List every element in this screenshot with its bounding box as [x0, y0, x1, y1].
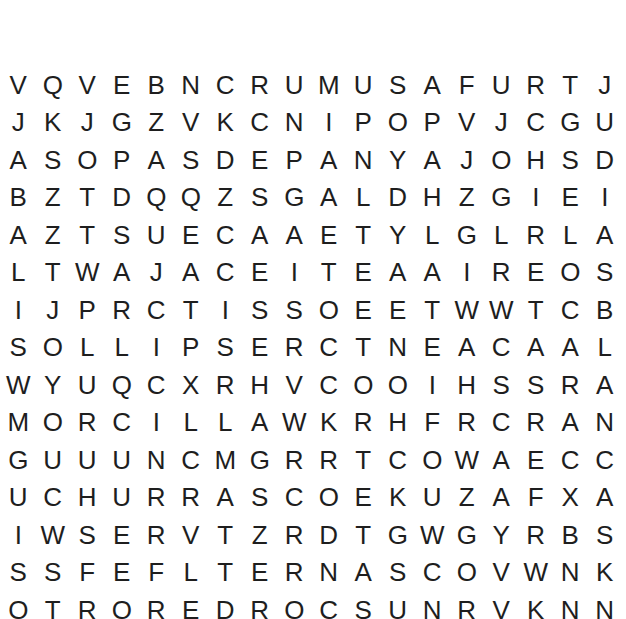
cell-r15c10[interactable]: C [312, 591, 347, 619]
cell-r10c18[interactable]: N [588, 404, 623, 442]
cell-r13c13[interactable]: W [415, 516, 450, 554]
cell-r5c14[interactable]: G [450, 216, 485, 254]
cell-r3c16[interactable]: H [519, 141, 554, 179]
cell-r8c6[interactable]: P [174, 329, 209, 367]
cell-r14c13[interactable]: C [415, 554, 450, 592]
cell-r1c3[interactable]: V [70, 66, 105, 104]
cell-r2c4[interactable]: G [105, 104, 140, 142]
cell-r2c3[interactable]: J [70, 104, 105, 142]
cell-r7c3[interactable]: P [70, 291, 105, 329]
cell-r2c10[interactable]: I [312, 104, 347, 142]
cell-r11c6[interactable]: C [174, 441, 209, 479]
cell-r15c17[interactable]: N [553, 591, 588, 619]
cell-r4c4[interactable]: D [105, 179, 140, 217]
cell-r12c11[interactable]: E [346, 479, 381, 517]
cell-r11c14[interactable]: W [450, 441, 485, 479]
cell-r9c4[interactable]: Q [105, 366, 140, 404]
cell-r2c11[interactable]: P [346, 104, 381, 142]
cell-r15c8[interactable]: R [243, 591, 278, 619]
cell-r9c7[interactable]: R [208, 366, 243, 404]
cell-r7c18[interactable]: B [588, 291, 623, 329]
cell-r4c1[interactable]: B [1, 179, 36, 217]
cell-r14c1[interactable]: S [1, 554, 36, 592]
cell-r4c8[interactable]: S [243, 179, 278, 217]
cell-r10c13[interactable]: F [415, 404, 450, 442]
cell-r12c6[interactable]: R [174, 479, 209, 517]
cell-r6c11[interactable]: E [346, 254, 381, 292]
cell-r11c15[interactable]: A [484, 441, 519, 479]
cell-r1c1[interactable]: V [1, 66, 36, 104]
cell-r12c8[interactable]: S [243, 479, 278, 517]
cell-r11c17[interactable]: C [553, 441, 588, 479]
cell-r14c18[interactable]: K [588, 554, 623, 592]
cell-r4c5[interactable]: Q [139, 179, 174, 217]
cell-r8c16[interactable]: A [519, 329, 554, 367]
cell-r10c9[interactable]: W [277, 404, 312, 442]
cell-r11c3[interactable]: U [70, 441, 105, 479]
cell-r12c17[interactable]: X [553, 479, 588, 517]
cell-r7c16[interactable]: T [519, 291, 554, 329]
cell-r6c6[interactable]: A [174, 254, 209, 292]
cell-r9c16[interactable]: S [519, 366, 554, 404]
cell-r15c6[interactable]: E [174, 591, 209, 619]
cell-r12c16[interactable]: F [519, 479, 554, 517]
cell-r4c6[interactable]: Q [174, 179, 209, 217]
cell-r5c15[interactable]: L [484, 216, 519, 254]
cell-r8c2[interactable]: O [36, 329, 71, 367]
cell-r5c8[interactable]: A [243, 216, 278, 254]
cell-r15c14[interactable]: R [450, 591, 485, 619]
cell-r8c13[interactable]: E [415, 329, 450, 367]
cell-r2c17[interactable]: G [553, 104, 588, 142]
cell-r4c10[interactable]: A [312, 179, 347, 217]
cell-r12c14[interactable]: Z [450, 479, 485, 517]
cell-r13c11[interactable]: T [346, 516, 381, 554]
cell-r11c16[interactable]: E [519, 441, 554, 479]
cell-r12c10[interactable]: O [312, 479, 347, 517]
cell-r14c8[interactable]: E [243, 554, 278, 592]
cell-r2c1[interactable]: J [1, 104, 36, 142]
cell-r3c10[interactable]: A [312, 141, 347, 179]
cell-r7c15[interactable]: W [484, 291, 519, 329]
cell-r12c9[interactable]: C [277, 479, 312, 517]
cell-r8c17[interactable]: A [553, 329, 588, 367]
cell-r2c18[interactable]: U [588, 104, 623, 142]
cell-r6c8[interactable]: E [243, 254, 278, 292]
cell-r13c4[interactable]: E [105, 516, 140, 554]
cell-r1c12[interactable]: S [381, 66, 416, 104]
cell-r6c7[interactable]: C [208, 254, 243, 292]
cell-r13c2[interactable]: W [36, 516, 71, 554]
cell-r14c12[interactable]: S [381, 554, 416, 592]
cell-r14c9[interactable]: R [277, 554, 312, 592]
cell-r3c4[interactable]: P [105, 141, 140, 179]
cell-r9c14[interactable]: H [450, 366, 485, 404]
cell-r9c6[interactable]: X [174, 366, 209, 404]
cell-r5c17[interactable]: L [553, 216, 588, 254]
cell-r8c4[interactable]: L [105, 329, 140, 367]
cell-r14c2[interactable]: S [36, 554, 71, 592]
cell-r15c11[interactable]: S [346, 591, 381, 619]
cell-r7c8[interactable]: S [243, 291, 278, 329]
cell-r3c6[interactable]: S [174, 141, 209, 179]
cell-r4c18[interactable]: I [588, 179, 623, 217]
cell-r6c4[interactable]: A [105, 254, 140, 292]
cell-r15c3[interactable]: R [70, 591, 105, 619]
cell-r15c15[interactable]: V [484, 591, 519, 619]
cell-r8c3[interactable]: L [70, 329, 105, 367]
cell-r13c8[interactable]: Z [243, 516, 278, 554]
cell-r4c17[interactable]: E [553, 179, 588, 217]
cell-r2c2[interactable]: K [36, 104, 71, 142]
cell-r6c1[interactable]: L [1, 254, 36, 292]
cell-r2c7[interactable]: K [208, 104, 243, 142]
cell-r2c8[interactable]: C [243, 104, 278, 142]
cell-r14c3[interactable]: F [70, 554, 105, 592]
cell-r1c15[interactable]: U [484, 66, 519, 104]
cell-r1c14[interactable]: F [450, 66, 485, 104]
cell-r9c2[interactable]: Y [36, 366, 71, 404]
cell-r14c16[interactable]: W [519, 554, 554, 592]
cell-r10c1[interactable]: M [1, 404, 36, 442]
cell-r12c7[interactable]: A [208, 479, 243, 517]
cell-r9c18[interactable]: A [588, 366, 623, 404]
cell-r11c2[interactable]: U [36, 441, 71, 479]
cell-r15c9[interactable]: O [277, 591, 312, 619]
cell-r15c4[interactable]: O [105, 591, 140, 619]
cell-r11c12[interactable]: C [381, 441, 416, 479]
cell-r1c13[interactable]: A [415, 66, 450, 104]
word-search-grid: VQVEBNCRUMUSAFURTJJKJGZVKCNIPOPVJCGUASOP… [1, 66, 622, 619]
cell-r4c9[interactable]: G [277, 179, 312, 217]
cell-r13c12[interactable]: G [381, 516, 416, 554]
cell-r8c12[interactable]: N [381, 329, 416, 367]
cell-r8c8[interactable]: E [243, 329, 278, 367]
cell-r7c11[interactable]: E [346, 291, 381, 329]
cell-r4c15[interactable]: G [484, 179, 519, 217]
cell-r10c12[interactable]: H [381, 404, 416, 442]
cell-r4c13[interactable]: H [415, 179, 450, 217]
cell-r6c15[interactable]: R [484, 254, 519, 292]
cell-r12c12[interactable]: K [381, 479, 416, 517]
cell-r9c11[interactable]: O [346, 366, 381, 404]
cell-r4c7[interactable]: Z [208, 179, 243, 217]
cell-r3c15[interactable]: O [484, 141, 519, 179]
cell-r4c14[interactable]: Z [450, 179, 485, 217]
cell-r13c14[interactable]: G [450, 516, 485, 554]
cell-r15c12[interactable]: U [381, 591, 416, 619]
cell-r8c10[interactable]: C [312, 329, 347, 367]
cell-r11c13[interactable]: O [415, 441, 450, 479]
cell-r7c14[interactable]: W [450, 291, 485, 329]
cell-r9c13[interactable]: I [415, 366, 450, 404]
cell-r5c7[interactable]: C [208, 216, 243, 254]
cell-r11c10[interactable]: R [312, 441, 347, 479]
cell-r10c4[interactable]: C [105, 404, 140, 442]
cell-r6c12[interactable]: A [381, 254, 416, 292]
cell-r10c8[interactable]: A [243, 404, 278, 442]
cell-r7c6[interactable]: T [174, 291, 209, 329]
cell-r1c2[interactable]: Q [36, 66, 71, 104]
cell-r10c15[interactable]: C [484, 404, 519, 442]
cell-r10c5[interactable]: I [139, 404, 174, 442]
cell-r1c10[interactable]: M [312, 66, 347, 104]
cell-r6c14[interactable]: I [450, 254, 485, 292]
cell-r11c11[interactable]: T [346, 441, 381, 479]
cell-r11c7[interactable]: M [208, 441, 243, 479]
cell-r10c6[interactable]: L [174, 404, 209, 442]
cell-r1c7[interactable]: C [208, 66, 243, 104]
cell-r6c3[interactable]: W [70, 254, 105, 292]
cell-r3c5[interactable]: A [139, 141, 174, 179]
cell-r4c11[interactable]: L [346, 179, 381, 217]
cell-r3c8[interactable]: E [243, 141, 278, 179]
cell-r1c18[interactable]: J [588, 66, 623, 104]
cell-r5c12[interactable]: Y [381, 216, 416, 254]
cell-r12c5[interactable]: R [139, 479, 174, 517]
cell-r7c7[interactable]: I [208, 291, 243, 329]
cell-r13c10[interactable]: D [312, 516, 347, 554]
cell-r5c10[interactable]: E [312, 216, 347, 254]
cell-r14c5[interactable]: F [139, 554, 174, 592]
cell-r5c13[interactable]: L [415, 216, 450, 254]
cell-r9c1[interactable]: W [1, 366, 36, 404]
cell-r1c11[interactable]: U [346, 66, 381, 104]
cell-r12c4[interactable]: U [105, 479, 140, 517]
cell-r13c6[interactable]: V [174, 516, 209, 554]
cell-r8c15[interactable]: C [484, 329, 519, 367]
cell-r13c5[interactable]: R [139, 516, 174, 554]
cell-r12c2[interactable]: C [36, 479, 71, 517]
cell-r9c15[interactable]: S [484, 366, 519, 404]
cell-r15c18[interactable]: N [588, 591, 623, 619]
cell-r14c10[interactable]: N [312, 554, 347, 592]
cell-r10c2[interactable]: O [36, 404, 71, 442]
cell-r7c9[interactable]: S [277, 291, 312, 329]
cell-r12c13[interactable]: U [415, 479, 450, 517]
cell-r15c1[interactable]: O [1, 591, 36, 619]
cell-r3c11[interactable]: N [346, 141, 381, 179]
cell-r14c17[interactable]: N [553, 554, 588, 592]
cell-r13c9[interactable]: R [277, 516, 312, 554]
cell-r1c16[interactable]: R [519, 66, 554, 104]
cell-r12c15[interactable]: A [484, 479, 519, 517]
cell-r3c17[interactable]: S [553, 141, 588, 179]
cell-r5c16[interactable]: R [519, 216, 554, 254]
cell-r5c2[interactable]: Z [36, 216, 71, 254]
cell-r7c12[interactable]: E [381, 291, 416, 329]
cell-r15c13[interactable]: N [415, 591, 450, 619]
cell-r7c4[interactable]: R [105, 291, 140, 329]
cell-r13c1[interactable]: I [1, 516, 36, 554]
cell-r7c10[interactable]: O [312, 291, 347, 329]
cell-r15c16[interactable]: K [519, 591, 554, 619]
cell-r7c13[interactable]: T [415, 291, 450, 329]
cell-r2c14[interactable]: V [450, 104, 485, 142]
cell-r1c17[interactable]: T [553, 66, 588, 104]
cell-r3c1[interactable]: A [1, 141, 36, 179]
cell-r4c16[interactable]: I [519, 179, 554, 217]
cell-r8c7[interactable]: S [208, 329, 243, 367]
cell-r13c16[interactable]: R [519, 516, 554, 554]
cell-r5c1[interactable]: A [1, 216, 36, 254]
cell-r15c5[interactable]: R [139, 591, 174, 619]
cell-r3c13[interactable]: A [415, 141, 450, 179]
cell-r4c2[interactable]: Z [36, 179, 71, 217]
cell-r9c8[interactable]: H [243, 366, 278, 404]
cell-r5c6[interactable]: E [174, 216, 209, 254]
cell-r14c4[interactable]: E [105, 554, 140, 592]
cell-r9c17[interactable]: R [553, 366, 588, 404]
cell-r10c3[interactable]: R [70, 404, 105, 442]
cell-r3c14[interactable]: J [450, 141, 485, 179]
cell-r11c18[interactable]: C [588, 441, 623, 479]
cell-r2c16[interactable]: C [519, 104, 554, 142]
cell-r13c7[interactable]: T [208, 516, 243, 554]
cell-r14c14[interactable]: O [450, 554, 485, 592]
cell-r6c17[interactable]: O [553, 254, 588, 292]
cell-r7c1[interactable]: I [1, 291, 36, 329]
cell-r8c5[interactable]: I [139, 329, 174, 367]
cell-r1c6[interactable]: N [174, 66, 209, 104]
cell-r9c9[interactable]: V [277, 366, 312, 404]
cell-r14c6[interactable]: L [174, 554, 209, 592]
cell-r1c9[interactable]: U [277, 66, 312, 104]
cell-r2c6[interactable]: V [174, 104, 209, 142]
cell-r12c18[interactable]: A [588, 479, 623, 517]
cell-r6c10[interactable]: T [312, 254, 347, 292]
cell-r5c9[interactable]: A [277, 216, 312, 254]
cell-r8c18[interactable]: L [588, 329, 623, 367]
cell-r8c11[interactable]: T [346, 329, 381, 367]
cell-r2c13[interactable]: P [415, 104, 450, 142]
cell-r9c10[interactable]: C [312, 366, 347, 404]
cell-r6c2[interactable]: T [36, 254, 71, 292]
cell-r5c18[interactable]: A [588, 216, 623, 254]
cell-r7c5[interactable]: C [139, 291, 174, 329]
cell-r3c2[interactable]: S [36, 141, 71, 179]
cell-r2c12[interactable]: O [381, 104, 416, 142]
cell-r10c16[interactable]: R [519, 404, 554, 442]
cell-r5c11[interactable]: T [346, 216, 381, 254]
cell-r12c3[interactable]: H [70, 479, 105, 517]
cell-r13c15[interactable]: Y [484, 516, 519, 554]
cell-r6c9[interactable]: I [277, 254, 312, 292]
cell-r11c8[interactable]: G [243, 441, 278, 479]
cell-r11c4[interactable]: U [105, 441, 140, 479]
cell-r15c2[interactable]: T [36, 591, 71, 619]
cell-r6c18[interactable]: S [588, 254, 623, 292]
cell-r10c11[interactable]: R [346, 404, 381, 442]
cell-r13c3[interactable]: S [70, 516, 105, 554]
cell-r8c14[interactable]: A [450, 329, 485, 367]
cell-r3c18[interactable]: D [588, 141, 623, 179]
cell-r10c7[interactable]: L [208, 404, 243, 442]
cell-r14c7[interactable]: T [208, 554, 243, 592]
cell-r14c15[interactable]: V [484, 554, 519, 592]
cell-r3c9[interactable]: P [277, 141, 312, 179]
cell-r2c15[interactable]: J [484, 104, 519, 142]
cell-r10c14[interactable]: R [450, 404, 485, 442]
cell-r6c13[interactable]: A [415, 254, 450, 292]
cell-r10c17[interactable]: A [553, 404, 588, 442]
cell-r11c9[interactable]: R [277, 441, 312, 479]
cell-r5c3[interactable]: T [70, 216, 105, 254]
cell-r14c11[interactable]: A [346, 554, 381, 592]
cell-r3c12[interactable]: Y [381, 141, 416, 179]
cell-r5c5[interactable]: U [139, 216, 174, 254]
cell-r2c5[interactable]: Z [139, 104, 174, 142]
cell-r7c2[interactable]: J [36, 291, 71, 329]
cell-r1c5[interactable]: B [139, 66, 174, 104]
cell-r5c4[interactable]: S [105, 216, 140, 254]
cell-r6c5[interactable]: J [139, 254, 174, 292]
cell-r9c3[interactable]: U [70, 366, 105, 404]
cell-r8c1[interactable]: S [1, 329, 36, 367]
cell-r2c9[interactable]: N [277, 104, 312, 142]
cell-r1c4[interactable]: E [105, 66, 140, 104]
cell-r3c7[interactable]: D [208, 141, 243, 179]
cell-r7c17[interactable]: C [553, 291, 588, 329]
cell-r4c12[interactable]: D [381, 179, 416, 217]
cell-r15c7[interactable]: D [208, 591, 243, 619]
cell-r10c10[interactable]: K [312, 404, 347, 442]
cell-r11c5[interactable]: N [139, 441, 174, 479]
cell-r13c17[interactable]: B [553, 516, 588, 554]
cell-r11c1[interactable]: G [1, 441, 36, 479]
cell-r9c12[interactable]: O [381, 366, 416, 404]
cell-r6c16[interactable]: E [519, 254, 554, 292]
cell-r8c9[interactable]: R [277, 329, 312, 367]
cell-r9c5[interactable]: C [139, 366, 174, 404]
cell-r4c3[interactable]: T [70, 179, 105, 217]
cell-r3c3[interactable]: O [70, 141, 105, 179]
cell-r1c8[interactable]: R [243, 66, 278, 104]
cell-r12c1[interactable]: U [1, 479, 36, 517]
cell-r13c18[interactable]: S [588, 516, 623, 554]
